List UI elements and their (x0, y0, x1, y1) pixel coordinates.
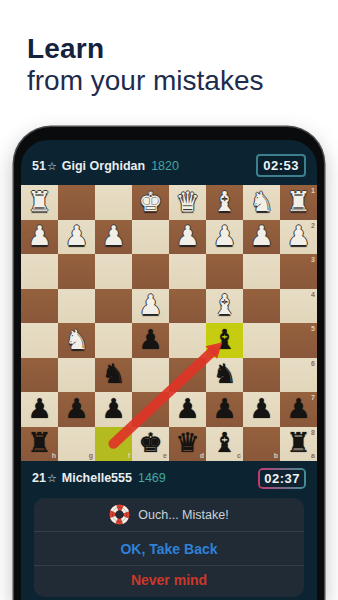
square-e2[interactable] (132, 220, 169, 255)
white-rook: ♜ (286, 188, 310, 215)
square-g5[interactable]: ♞ (58, 323, 95, 358)
square-d6[interactable] (169, 358, 206, 393)
chess-board: ♜♚♛♝♞♜1♟♟♟♟♟♟♟23♟♝4♞♟♝5♞♞6♟♟♟♟♟♟♟7♜hgf♚e… (21, 185, 317, 461)
black-pawn: ♟ (212, 395, 236, 422)
square-g6[interactable] (58, 358, 95, 393)
square-e3[interactable] (132, 254, 169, 289)
square-h4[interactable] (21, 289, 58, 324)
white-pawn: ♟ (138, 291, 162, 318)
square-h8[interactable]: ♜h (21, 427, 58, 462)
rank-label-3: 3 (311, 256, 315, 263)
square-d3[interactable] (169, 254, 206, 289)
player-bar: 21 ☆ Michelle555 1469 02:37 (21, 461, 317, 495)
file-label-b: b (274, 452, 278, 459)
black-knight: ♞ (212, 360, 236, 387)
page: Learn from your mistakes 51 ☆ Gigi Orghi… (0, 0, 338, 600)
square-h5[interactable] (21, 323, 58, 358)
white-knight: ♞ (249, 188, 273, 215)
lifebuoy-icon (109, 504, 130, 525)
player-clock: 02:37 (258, 468, 306, 489)
square-b4[interactable] (243, 289, 280, 324)
square-e8[interactable]: ♚e (132, 427, 169, 462)
black-rook: ♜ (286, 429, 310, 456)
rank-label-2: 2 (311, 222, 315, 229)
opponent-bar: 51 ☆ Gigi Orghidan 1820 02:53 (21, 140, 317, 185)
black-pawn: ♟ (286, 395, 310, 422)
square-d4[interactable] (169, 289, 206, 324)
square-c2[interactable]: ♟ (206, 220, 243, 255)
square-c7[interactable]: ♟ (206, 392, 243, 427)
square-h6[interactable] (21, 358, 58, 393)
square-f2[interactable]: ♟ (95, 220, 132, 255)
white-queen: ♛ (175, 188, 199, 215)
square-g4[interactable] (58, 289, 95, 324)
square-e1[interactable]: ♚ (132, 185, 169, 220)
black-rook: ♜ (27, 429, 51, 456)
square-a8[interactable]: ♜8a (280, 427, 317, 462)
opponent-clock-time: 02:53 (263, 158, 299, 173)
opponent-rating: 1820 (151, 159, 179, 173)
rank-label-6: 6 (311, 360, 315, 367)
white-pawn: ♟ (212, 222, 236, 249)
player-rating: 1469 (138, 471, 166, 485)
square-a5[interactable]: 5 (280, 323, 317, 358)
white-pawn: ♟ (64, 222, 88, 249)
white-pawn: ♟ (175, 222, 199, 249)
black-bishop: ♝ (212, 429, 236, 456)
file-label-a: a (311, 452, 315, 459)
dialog-title: Ouch... Mistake! (138, 508, 228, 522)
square-f8[interactable]: f (95, 427, 132, 462)
star-icon: ☆ (47, 472, 57, 485)
square-d8[interactable]: ♛d (169, 427, 206, 462)
square-g7[interactable]: ♟ (58, 392, 95, 427)
square-a6[interactable]: 6 (280, 358, 317, 393)
mistake-dialog: Ouch... Mistake! OK, Take Back Never min… (34, 498, 304, 597)
square-e7[interactable] (132, 392, 169, 427)
square-f4[interactable] (95, 289, 132, 324)
never-mind-button[interactable]: Never mind (34, 566, 304, 597)
white-bishop: ♝ (212, 291, 236, 318)
board-grid: ♜♚♛♝♞♜1♟♟♟♟♟♟♟23♟♝4♞♟♝5♞♞6♟♟♟♟♟♟♟7♜hgf♚e… (21, 185, 317, 461)
square-e5[interactable]: ♟ (132, 323, 169, 358)
square-c5[interactable]: ♝ (206, 323, 243, 358)
white-rook: ♜ (27, 188, 51, 215)
square-b7[interactable]: ♟ (243, 392, 280, 427)
player-clock-time: 02:37 (264, 471, 300, 486)
square-b8[interactable]: b (243, 427, 280, 462)
black-king: ♚ (138, 429, 162, 456)
opponent-info[interactable]: 51 ☆ Gigi Orghidan 1820 (32, 159, 179, 173)
black-bishop: ♝ (212, 326, 236, 353)
square-h2[interactable]: ♟ (21, 220, 58, 255)
square-a7[interactable]: ♟7 (280, 392, 317, 427)
square-f1[interactable] (95, 185, 132, 220)
square-f3[interactable] (95, 254, 132, 289)
black-pawn: ♟ (27, 395, 51, 422)
square-a4[interactable]: 4 (280, 289, 317, 324)
black-knight: ♞ (101, 360, 125, 387)
square-a2[interactable]: ♟2 (280, 220, 317, 255)
square-g8[interactable]: g (58, 427, 95, 462)
opponent-clock: 02:53 (256, 154, 306, 177)
square-a1[interactable]: ♜1 (280, 185, 317, 220)
square-a3[interactable]: 3 (280, 254, 317, 289)
dialog-header: Ouch... Mistake! (34, 498, 304, 531)
app-screen: 51 ☆ Gigi Orghidan 1820 02:53 ♜♚♛♝♞♜1♟♟♟… (21, 140, 317, 600)
white-king: ♚ (138, 188, 162, 215)
square-g2[interactable]: ♟ (58, 220, 95, 255)
file-label-c: c (237, 452, 241, 459)
square-f5[interactable] (95, 323, 132, 358)
black-pawn: ♟ (138, 326, 162, 353)
square-f7[interactable]: ♟ (95, 392, 132, 427)
square-h1[interactable]: ♜ (21, 185, 58, 220)
square-h7[interactable]: ♟ (21, 392, 58, 427)
square-b1[interactable]: ♞ (243, 185, 280, 220)
square-g1[interactable] (58, 185, 95, 220)
square-b3[interactable] (243, 254, 280, 289)
star-icon: ☆ (47, 160, 57, 173)
white-pawn: ♟ (27, 222, 51, 249)
white-pawn: ♟ (286, 222, 310, 249)
black-pawn: ♟ (175, 395, 199, 422)
take-back-button[interactable]: OK, Take Back (34, 532, 304, 565)
square-b2[interactable]: ♟ (243, 220, 280, 255)
headline-rest: from your mistakes (27, 64, 264, 98)
opponent-flair-count: 51 (32, 159, 46, 173)
player-flair-count: 21 (32, 471, 46, 485)
headline-bold: Learn (27, 34, 264, 64)
player-info[interactable]: 21 ☆ Michelle555 1469 (32, 471, 166, 485)
square-d2[interactable]: ♟ (169, 220, 206, 255)
rank-label-7: 7 (311, 394, 315, 401)
black-pawn: ♟ (101, 395, 125, 422)
square-b5[interactable] (243, 323, 280, 358)
phone-frame: 51 ☆ Gigi Orghidan 1820 02:53 ♜♚♛♝♞♜1♟♟♟… (14, 127, 324, 600)
square-d1[interactable]: ♛ (169, 185, 206, 220)
square-e6[interactable] (132, 358, 169, 393)
square-f6[interactable]: ♞ (95, 358, 132, 393)
square-h3[interactable] (21, 254, 58, 289)
black-pawn: ♟ (249, 395, 273, 422)
square-c4[interactable]: ♝ (206, 289, 243, 324)
square-g3[interactable] (58, 254, 95, 289)
headline: Learn from your mistakes (27, 34, 264, 98)
rank-label-8: 8 (311, 429, 315, 436)
opponent-name: Gigi Orghidan (62, 159, 145, 173)
square-c1[interactable]: ♝ (206, 185, 243, 220)
white-pawn: ♟ (101, 222, 125, 249)
white-knight: ♞ (64, 326, 88, 353)
square-c8[interactable]: ♝c (206, 427, 243, 462)
file-label-g: g (89, 452, 93, 459)
file-label-f: f (128, 452, 130, 459)
square-b6[interactable] (243, 358, 280, 393)
square-d7[interactable]: ♟ (169, 392, 206, 427)
white-bishop: ♝ (212, 188, 236, 215)
black-queen: ♛ (175, 429, 199, 456)
file-label-h: h (52, 452, 56, 459)
rank-label-5: 5 (311, 325, 315, 332)
square-e4[interactable]: ♟ (132, 289, 169, 324)
rank-label-1: 1 (311, 187, 315, 194)
square-c6[interactable]: ♞ (206, 358, 243, 393)
player-name: Michelle555 (62, 471, 132, 485)
rank-label-4: 4 (311, 291, 315, 298)
file-label-d: d (200, 452, 204, 459)
black-pawn: ♟ (64, 395, 88, 422)
square-d5[interactable] (169, 323, 206, 358)
white-pawn: ♟ (249, 222, 273, 249)
square-c3[interactable] (206, 254, 243, 289)
file-label-e: e (163, 452, 167, 459)
